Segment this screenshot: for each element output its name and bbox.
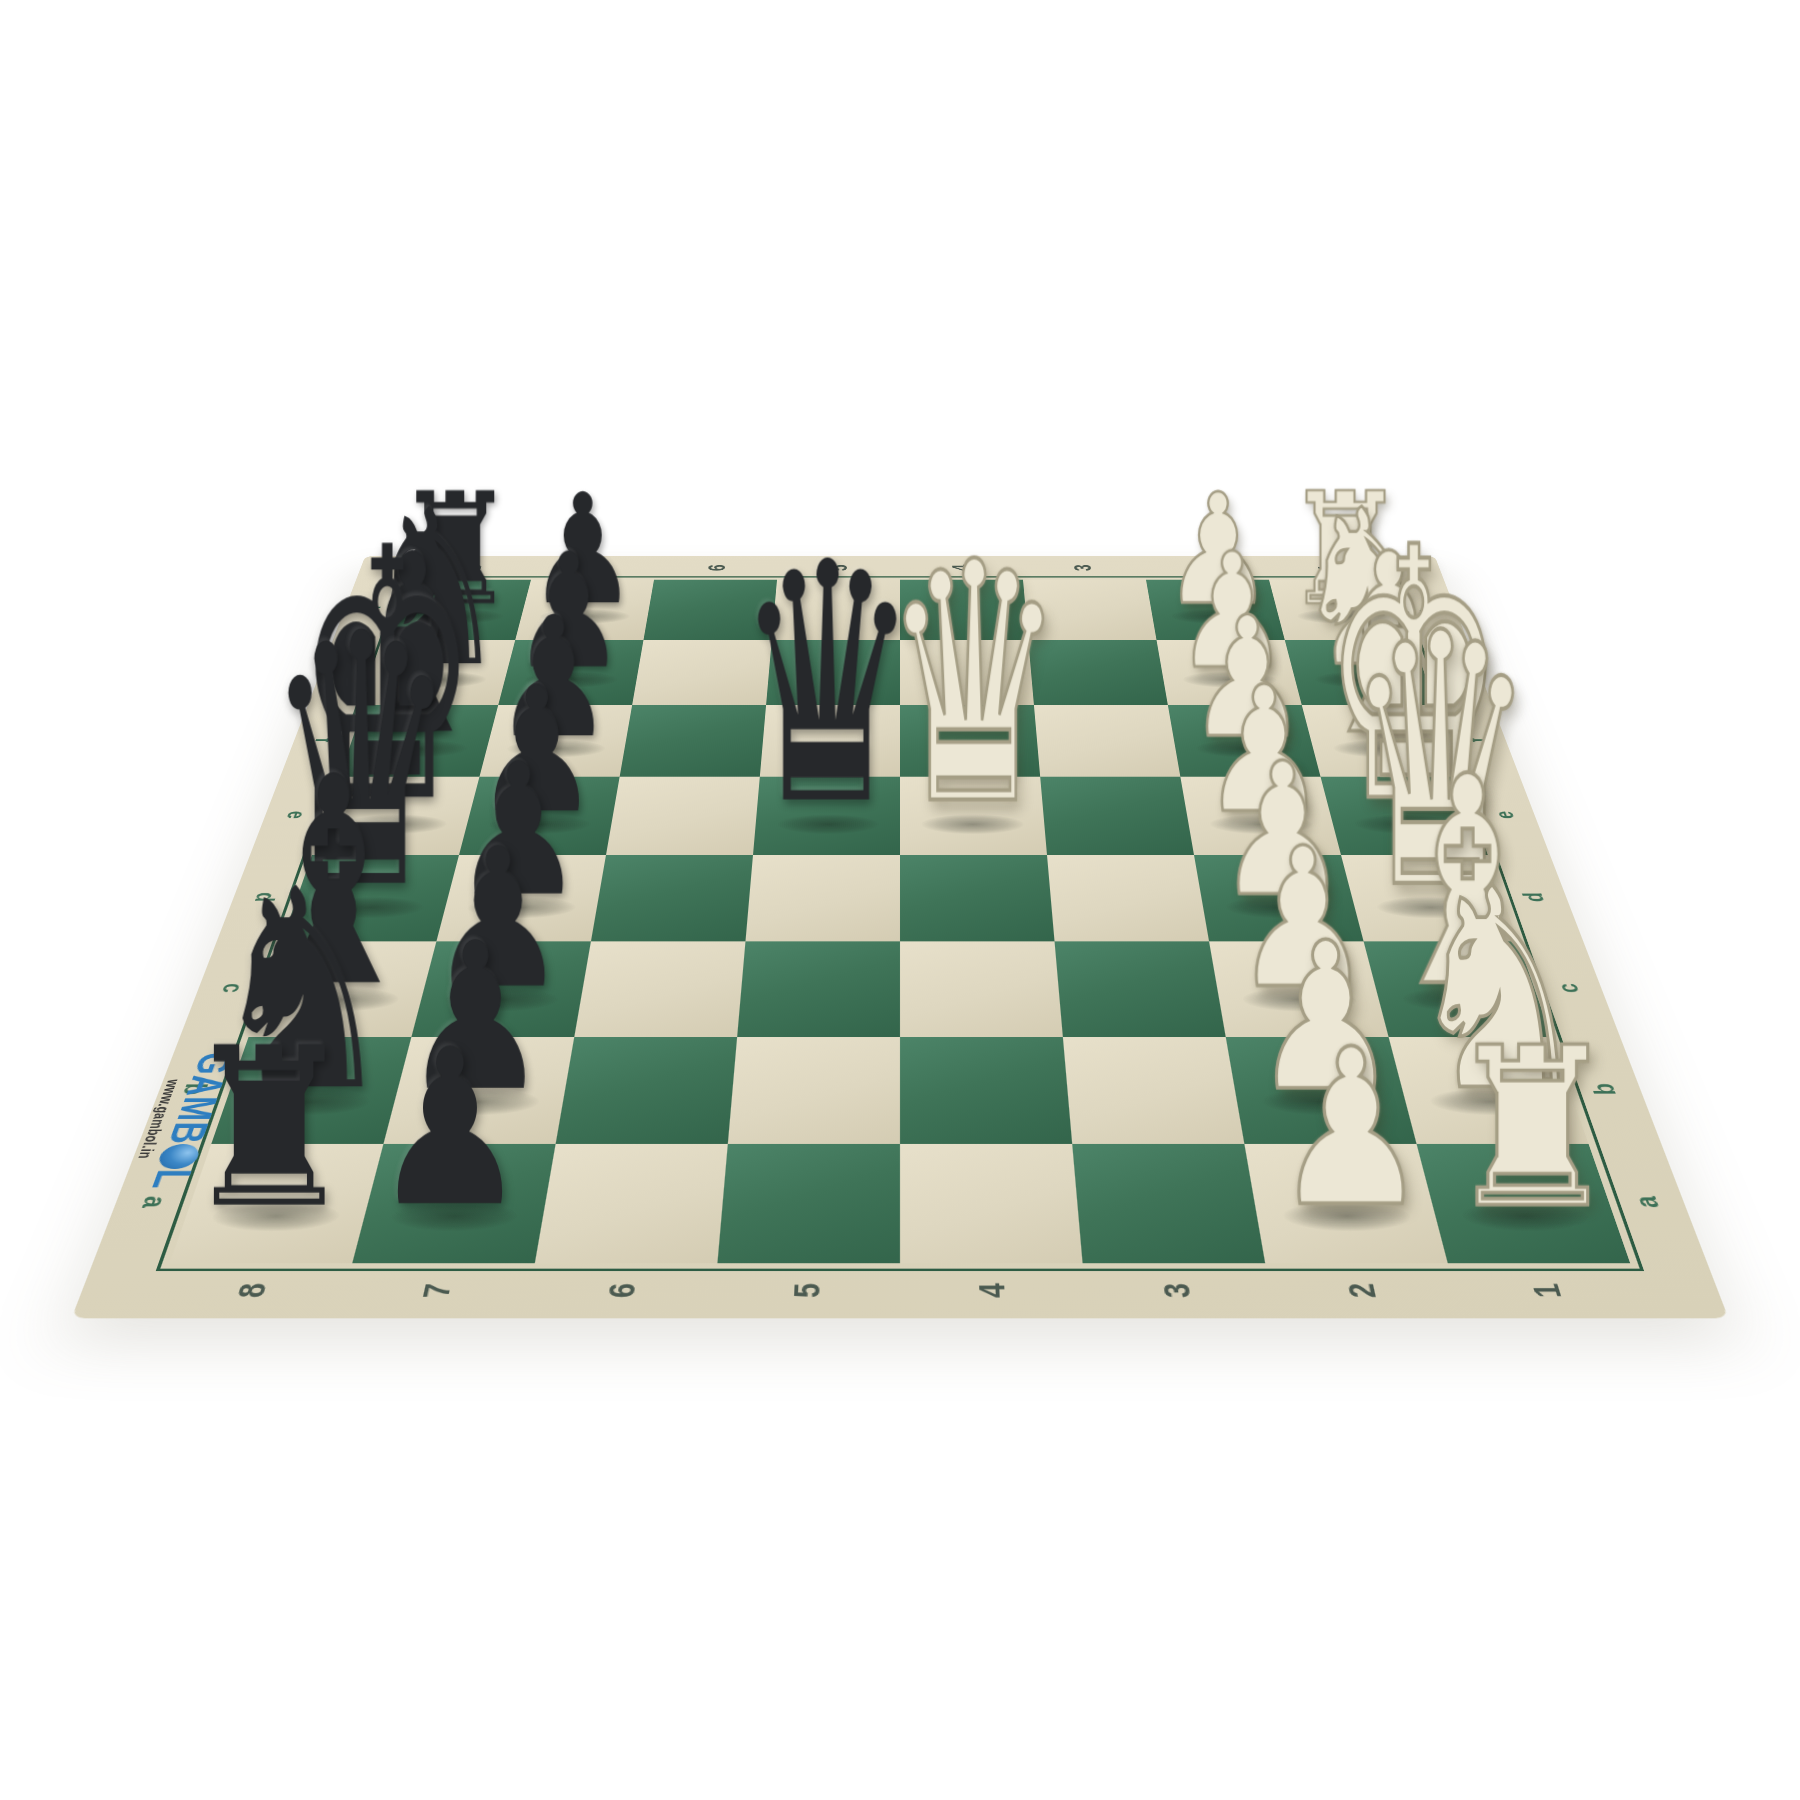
near-rank-label-1: 1 <box>1524 1283 1571 1298</box>
left-file-label-a: a <box>133 1196 175 1208</box>
black-pawn-a7: ♟ <box>371 1020 527 1236</box>
near-rank-label-3: 3 <box>1155 1283 1200 1298</box>
far-rank-label-3: 3 <box>1068 565 1097 571</box>
far-rank-label-8: 8 <box>458 565 488 571</box>
far-rank-label-7: 7 <box>580 565 610 571</box>
near-rank-labels: 87654321 <box>150 1263 1649 1318</box>
black-rook-a8: ♜ <box>181 1018 357 1238</box>
far-rank-label-1: 1 <box>1312 565 1342 571</box>
far-rank-label-6: 6 <box>702 565 731 571</box>
near-rank-label-2: 2 <box>1340 1283 1386 1298</box>
chess-mat: 87654321 87654321 hgfedcba hgfedcba ♜♟♟♜… <box>71 556 1728 1318</box>
near-rank-label-5: 5 <box>786 1283 829 1298</box>
near-rank-label-7: 7 <box>414 1283 460 1298</box>
pieces-layer: ♜♟♟♜♞♟♟♞♝♟♟♝♚♟♛♛♟♚♛♟♟♛♝♟♟♝♞♟♟♞♜♟♟♜ <box>170 580 1631 1264</box>
near-rank-label-8: 8 <box>229 1283 276 1298</box>
far-rank-label-5: 5 <box>825 565 853 571</box>
right-file-label-a: a <box>1626 1196 1668 1208</box>
white-pawn-a2: ♟ <box>1272 1020 1428 1236</box>
product-photo-scene: 87654321 87654321 hgfedcba hgfedcba ♜♟♟♜… <box>0 0 1800 1800</box>
white-rook-a1: ♜ <box>1443 1018 1619 1238</box>
far-rank-label-2: 2 <box>1190 565 1220 571</box>
far-rank-label-4: 4 <box>947 565 975 571</box>
near-rank-label-4: 4 <box>971 1283 1014 1298</box>
near-rank-label-6: 6 <box>600 1283 645 1298</box>
